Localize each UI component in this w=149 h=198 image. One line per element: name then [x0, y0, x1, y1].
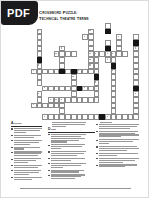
clue-item	[96, 164, 144, 168]
greeked-text-line	[14, 155, 38, 156]
clue-number-mark	[107, 116, 108, 117]
clue-column-3	[96, 122, 144, 169]
clue-number-mark	[61, 99, 62, 100]
clue-number-mark	[38, 93, 39, 94]
pdf-page-thumbnail[interactable]: PDF Crossword Puzzle: Technical Theatre …	[0, 0, 149, 198]
greeked-text-line	[99, 155, 117, 156]
title-line-2: Technical Theatre Terms	[39, 16, 89, 22]
white-cell	[133, 114, 139, 120]
clue-number-greeked	[48, 175, 50, 176]
clue-number-greeked	[11, 140, 13, 141]
clue-item	[11, 170, 42, 176]
clue-number-greeked	[11, 152, 13, 153]
clue-number-mark	[50, 99, 51, 100]
across-heading: Across	[11, 122, 42, 127]
clue-number-greeked	[11, 165, 13, 166]
clue-number-mark	[38, 64, 39, 65]
clue-item	[48, 163, 95, 169]
clue-item	[11, 128, 42, 134]
clue-number-mark	[55, 53, 56, 54]
greeked-text-line	[14, 179, 32, 180]
greeked-text-line	[51, 160, 71, 161]
greeked-text-line	[14, 162, 28, 163]
clue-number-mark	[89, 30, 90, 31]
clue-item	[11, 177, 42, 181]
clue-number-greeked	[96, 165, 98, 166]
clue-number-mark	[135, 93, 136, 94]
greeked-text-line	[99, 162, 123, 163]
clue-number-mark	[95, 53, 96, 54]
clue-item	[11, 140, 42, 146]
clue-item	[96, 153, 144, 157]
greeked-text-line	[99, 150, 127, 151]
clue-number-mark	[112, 53, 113, 54]
clue-number-greeked	[11, 135, 13, 136]
clue-number-mark	[118, 36, 119, 37]
clue-item	[48, 134, 95, 143]
clue-number-greeked	[96, 153, 98, 154]
greeked-text-line	[51, 148, 61, 149]
greeked-text-line	[14, 132, 26, 133]
clue-number-mark	[78, 70, 79, 71]
clue-item	[96, 139, 144, 145]
clue-number-mark	[44, 87, 45, 88]
clue-number-greeked	[96, 124, 98, 125]
clue-number-greeked	[96, 140, 98, 141]
clue-item	[11, 151, 42, 157]
greeked-text-line	[14, 144, 30, 145]
clue-column-2: Down	[48, 122, 95, 181]
clue-number-greeked	[48, 134, 50, 135]
clue-number-mark	[84, 36, 85, 37]
clue-item	[48, 144, 95, 150]
clue-number-greeked	[48, 145, 50, 146]
clue-number-mark	[89, 59, 90, 60]
greeked-text-line	[99, 166, 125, 167]
clue-number-mark	[33, 104, 34, 105]
clue-item	[48, 151, 95, 157]
clue-number-mark	[135, 47, 136, 48]
clue-number-mark	[89, 53, 90, 54]
clue-number-mark	[89, 64, 90, 65]
clue-number-greeked	[48, 158, 50, 159]
greeked-text-line	[14, 174, 29, 175]
greeked-text-line	[14, 148, 24, 149]
clue-number-greeked	[11, 170, 13, 171]
clue-column-1: Across	[11, 122, 42, 182]
clue-number-mark	[84, 87, 85, 88]
clue-number-greeked	[48, 151, 50, 152]
clue-number-mark	[33, 70, 34, 71]
clue-number-mark	[112, 70, 113, 71]
footer-text-greeked	[20, 188, 131, 189]
greeked-text-line	[51, 155, 77, 156]
clue-number-greeked	[11, 147, 13, 148]
clue-number-greeked	[11, 128, 13, 129]
clue-number-mark	[107, 53, 108, 54]
clue-number-greeked	[11, 177, 13, 178]
pdf-badge: PDF	[1, 1, 38, 25]
clue-item	[96, 124, 144, 130]
clue-number-greeked	[96, 131, 98, 132]
clue-number-greeked	[48, 170, 50, 171]
clue-number-mark	[55, 99, 56, 100]
clue-item	[96, 158, 144, 164]
clue-item	[11, 147, 42, 151]
clue-item	[11, 135, 42, 139]
clue-item	[11, 158, 42, 164]
clue-number-mark	[72, 76, 73, 77]
clue-number-greeked	[96, 146, 98, 147]
greeked-text-line	[99, 136, 121, 137]
clue-item	[96, 131, 144, 139]
clue-item	[48, 174, 95, 180]
greeked-text-line	[51, 178, 75, 179]
clue-number-greeked	[48, 163, 50, 164]
clue-item	[11, 165, 42, 169]
clue-number-mark	[61, 47, 62, 48]
clue-number-mark	[38, 30, 39, 31]
clue-item	[48, 170, 95, 174]
clue-number-greeked	[11, 159, 13, 160]
clue-item	[96, 146, 144, 152]
clue-number-mark	[44, 116, 45, 117]
greeked-text-line	[51, 171, 79, 172]
greeked-text-line	[51, 141, 67, 142]
document-title: Crossword Puzzle: Technical Theatre Term…	[39, 10, 89, 21]
greeked-text-line	[14, 137, 34, 138]
greeked-text-line	[14, 167, 38, 168]
down-heading: Down	[48, 128, 95, 133]
clue-number-greeked	[96, 158, 98, 159]
crossword-grid	[31, 23, 139, 120]
clue-item	[48, 158, 95, 162]
clue-number-mark	[107, 59, 108, 60]
greeked-text-line	[99, 128, 130, 129]
clue-number-mark	[95, 81, 96, 82]
greeked-text-line	[99, 143, 109, 144]
greeked-text-line	[51, 167, 63, 168]
